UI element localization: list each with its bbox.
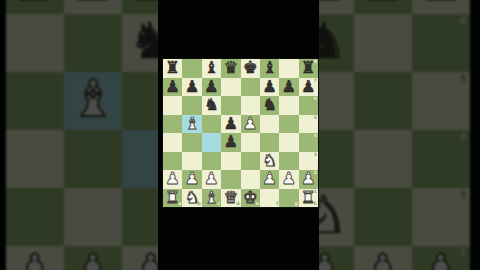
square-a6[interactable] (163, 96, 182, 115)
square-g8[interactable] (279, 59, 298, 78)
square-c4[interactable] (202, 133, 221, 152)
file-label-e: e (256, 202, 259, 207)
square-f3[interactable]: ♞ (260, 152, 279, 171)
square-a4[interactable] (163, 133, 182, 152)
square-d4[interactable]: ♟ (221, 133, 240, 152)
square-e2[interactable] (241, 170, 260, 189)
square-g1[interactable]: g (279, 189, 298, 208)
chess-board[interactable]: ♜♝♛♚♝♜8♟♟♟♟♟♟7♞♞6♝♟♟5♟4♞3♟♟♟♟♟♟2♜a♞b♝c♛d… (163, 59, 318, 207)
piece-black-knight[interactable]: ♞ (262, 97, 277, 114)
file-label-d: d (236, 202, 239, 207)
square-g3[interactable] (279, 152, 298, 171)
square-a2[interactable]: ♟ (163, 170, 182, 189)
square-f1[interactable]: f (260, 189, 279, 208)
square-b3[interactable] (182, 152, 201, 171)
square-d7[interactable] (221, 78, 240, 97)
square-f8[interactable]: ♝ (260, 59, 279, 78)
square-b7[interactable]: ♟ (182, 78, 201, 97)
square-h4[interactable]: 4 (299, 133, 318, 152)
square-g2[interactable]: ♟ (279, 170, 298, 189)
square-b2[interactable]: ♟ (182, 170, 201, 189)
piece-white-pawn[interactable]: ♟ (185, 171, 200, 188)
square-f7[interactable]: ♟ (260, 78, 279, 97)
square-c7[interactable]: ♟ (202, 78, 221, 97)
square-a8[interactable]: ♜ (163, 59, 182, 78)
rank-label-6: 6 (314, 97, 317, 102)
square-h8[interactable]: ♜8 (299, 59, 318, 78)
rank-label-8: 8 (314, 60, 317, 65)
square-e4[interactable] (241, 133, 260, 152)
square-a5[interactable] (163, 115, 182, 134)
rank-label-2: 2 (314, 171, 317, 176)
file-label-a: a (178, 202, 181, 207)
square-a3[interactable] (163, 152, 182, 171)
square-f5[interactable] (260, 115, 279, 134)
rank-label-1: 1 (314, 190, 317, 195)
piece-black-bishop[interactable]: ♝ (204, 60, 219, 77)
square-g5[interactable] (279, 115, 298, 134)
square-e1[interactable]: ♚e (241, 189, 260, 208)
square-c5[interactable] (202, 115, 221, 134)
file-label-f: f (276, 202, 278, 207)
piece-black-pawn[interactable]: ♟ (165, 78, 180, 95)
piece-black-pawn[interactable]: ♟ (185, 78, 200, 95)
piece-white-bishop[interactable]: ♝ (185, 115, 200, 132)
piece-black-king[interactable]: ♚ (243, 60, 258, 77)
square-b1[interactable]: ♞b (182, 189, 201, 208)
piece-white-pawn[interactable]: ♟ (262, 171, 277, 188)
square-c3[interactable] (202, 152, 221, 171)
piece-black-bishop[interactable]: ♝ (262, 60, 277, 77)
rank-label-3: 3 (314, 153, 317, 158)
square-c8[interactable]: ♝ (202, 59, 221, 78)
square-d1[interactable]: ♛d (221, 189, 240, 208)
piece-black-pawn[interactable]: ♟ (204, 78, 219, 95)
square-h7[interactable]: ♟7 (299, 78, 318, 97)
piece-black-knight[interactable]: ♞ (204, 97, 219, 114)
square-g4[interactable] (279, 133, 298, 152)
square-f6[interactable]: ♞ (260, 96, 279, 115)
file-label-c: c (217, 202, 220, 207)
square-d2[interactable] (221, 170, 240, 189)
square-f4[interactable] (260, 133, 279, 152)
piece-white-pawn[interactable]: ♟ (204, 171, 219, 188)
square-c6[interactable]: ♞ (202, 96, 221, 115)
square-e3[interactable] (241, 152, 260, 171)
square-c1[interactable]: ♝c (202, 189, 221, 208)
square-e6[interactable] (241, 96, 260, 115)
piece-black-pawn[interactable]: ♟ (223, 134, 238, 151)
piece-white-knight[interactable]: ♞ (262, 152, 277, 169)
square-a1[interactable]: ♜a (163, 189, 182, 208)
piece-white-pawn[interactable]: ♟ (282, 171, 297, 188)
piece-black-pawn[interactable]: ♟ (282, 78, 297, 95)
square-e8[interactable]: ♚ (241, 59, 260, 78)
square-e5[interactable]: ♟ (241, 115, 260, 134)
square-h5[interactable]: 5 (299, 115, 318, 134)
piece-white-pawn[interactable]: ♟ (165, 171, 180, 188)
video-frame: ♜♝♛♚♝♜8♟♟♟♟♟♟7♞♞6♝♟♟5♟4♞3♟♟♟♟♟♟2♜♞♝♛♚♜1 … (0, 0, 480, 270)
piece-black-rook[interactable]: ♜ (165, 60, 180, 77)
file-label-g: g (294, 202, 297, 207)
square-a7[interactable]: ♟ (163, 78, 182, 97)
rank-label-4: 4 (314, 134, 317, 139)
square-b5[interactable]: ♝ (182, 115, 201, 134)
piece-black-pawn[interactable]: ♟ (262, 78, 277, 95)
file-label-h: h (314, 202, 317, 207)
square-b4[interactable] (182, 133, 201, 152)
square-d8[interactable]: ♛ (221, 59, 240, 78)
square-h3[interactable]: 3 (299, 152, 318, 171)
square-h6[interactable]: 6 (299, 96, 318, 115)
square-h2[interactable]: ♟2 (299, 170, 318, 189)
square-d6[interactable] (221, 96, 240, 115)
video-strip: ♜♝♛♚♝♜8♟♟♟♟♟♟7♞♞6♝♟♟5♟4♞3♟♟♟♟♟♟2♜a♞b♝c♛d… (158, 0, 319, 270)
square-b6[interactable] (182, 96, 201, 115)
square-f2[interactable]: ♟ (260, 170, 279, 189)
piece-black-queen[interactable]: ♛ (223, 60, 238, 77)
square-c2[interactable]: ♟ (202, 170, 221, 189)
square-g7[interactable]: ♟ (279, 78, 298, 97)
square-e7[interactable] (241, 78, 260, 97)
piece-black-pawn[interactable]: ♟ (223, 115, 238, 132)
square-g6[interactable] (279, 96, 298, 115)
rank-label-5: 5 (314, 116, 317, 121)
file-label-b: b (198, 202, 201, 207)
rank-label-7: 7 (314, 79, 317, 84)
piece-white-pawn[interactable]: ♟ (243, 115, 258, 132)
square-h1[interactable]: ♜1h (299, 189, 318, 208)
square-d5[interactable]: ♟ (221, 115, 240, 134)
square-b8[interactable] (182, 59, 201, 78)
square-d3[interactable] (221, 152, 240, 171)
